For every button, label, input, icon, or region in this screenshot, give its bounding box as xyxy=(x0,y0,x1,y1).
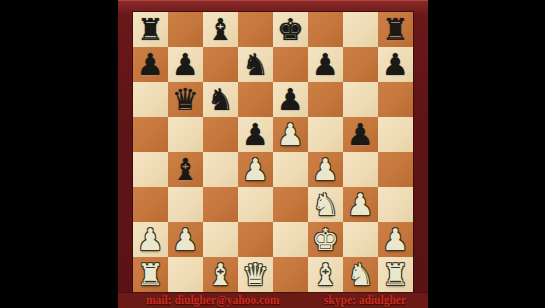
black-king-piece: ♚ xyxy=(277,12,304,47)
square-h6[interactable] xyxy=(378,82,413,117)
black-rook-piece: ♜ xyxy=(382,12,409,47)
square-e3[interactable] xyxy=(273,187,308,222)
white-pawn-piece: ♟ xyxy=(312,152,339,187)
white-pawn-piece: ♟ xyxy=(277,117,304,152)
square-b2[interactable]: ♟ xyxy=(168,222,203,257)
square-f1[interactable]: ♝ xyxy=(308,257,343,292)
square-d7[interactable]: ♞ xyxy=(238,47,273,82)
square-g5[interactable]: ♟ xyxy=(343,117,378,152)
white-knight-piece: ♞ xyxy=(312,187,339,222)
square-c8[interactable]: ♝ xyxy=(203,12,238,47)
square-e6[interactable]: ♟ xyxy=(273,82,308,117)
square-c2[interactable] xyxy=(203,222,238,257)
square-d5[interactable]: ♟ xyxy=(238,117,273,152)
white-bishop-piece: ♝ xyxy=(207,257,234,292)
square-d2[interactable] xyxy=(238,222,273,257)
square-d1[interactable]: ♛ xyxy=(238,257,273,292)
black-pawn-piece: ♟ xyxy=(347,117,374,152)
square-b3[interactable] xyxy=(168,187,203,222)
black-rook-piece: ♜ xyxy=(137,12,164,47)
square-f2[interactable]: ♚ xyxy=(308,222,343,257)
square-c6[interactable]: ♞ xyxy=(203,82,238,117)
video-frame: ♜♝♚♜♟♟♞♟♟♛♞♟♟♟♟♝♟♟♞♟♟♟♚♟♜♝♛♝♞♜ mail: diu… xyxy=(0,0,545,308)
square-d6[interactable] xyxy=(238,82,273,117)
square-e2[interactable] xyxy=(273,222,308,257)
square-d4[interactable]: ♟ xyxy=(238,152,273,187)
black-pawn-piece: ♟ xyxy=(382,47,409,82)
square-g2[interactable] xyxy=(343,222,378,257)
white-pawn-piece: ♟ xyxy=(347,187,374,222)
square-b8[interactable] xyxy=(168,12,203,47)
white-pawn-piece: ♟ xyxy=(382,222,409,257)
square-g8[interactable] xyxy=(343,12,378,47)
square-h1[interactable]: ♜ xyxy=(378,257,413,292)
black-pawn-piece: ♟ xyxy=(277,82,304,117)
white-king-piece: ♚ xyxy=(312,222,339,257)
square-a2[interactable]: ♟ xyxy=(133,222,168,257)
white-rook-piece: ♜ xyxy=(137,257,164,292)
square-h4[interactable] xyxy=(378,152,413,187)
white-queen-piece: ♛ xyxy=(242,257,269,292)
square-d8[interactable] xyxy=(238,12,273,47)
white-pawn-piece: ♟ xyxy=(172,222,199,257)
square-b1[interactable] xyxy=(168,257,203,292)
square-a6[interactable] xyxy=(133,82,168,117)
chess-board: ♜♝♚♜♟♟♞♟♟♛♞♟♟♟♟♝♟♟♞♟♟♟♚♟♜♝♛♝♞♜ xyxy=(133,12,413,292)
square-f3[interactable]: ♞ xyxy=(308,187,343,222)
square-h7[interactable]: ♟ xyxy=(378,47,413,82)
square-b7[interactable]: ♟ xyxy=(168,47,203,82)
contact-footer: mail: diulgher@yahoo.com skype: adiulghe… xyxy=(118,292,428,308)
black-knight-piece: ♞ xyxy=(242,47,269,82)
square-h2[interactable]: ♟ xyxy=(378,222,413,257)
black-pawn-piece: ♟ xyxy=(137,47,164,82)
black-knight-piece: ♞ xyxy=(207,82,234,117)
white-knight-piece: ♞ xyxy=(347,257,374,292)
black-pawn-piece: ♟ xyxy=(242,117,269,152)
board-frame: ♜♝♚♜♟♟♞♟♟♛♞♟♟♟♟♝♟♟♞♟♟♟♚♟♜♝♛♝♞♜ mail: diu… xyxy=(118,0,428,308)
square-b6[interactable]: ♛ xyxy=(168,82,203,117)
square-b4[interactable]: ♝ xyxy=(168,152,203,187)
white-bishop-piece: ♝ xyxy=(312,257,339,292)
black-queen-piece: ♛ xyxy=(172,82,199,117)
skype-text: skype: adiulgher xyxy=(324,292,406,308)
square-h5[interactable] xyxy=(378,117,413,152)
black-bishop-piece: ♝ xyxy=(172,152,199,187)
square-g7[interactable] xyxy=(343,47,378,82)
square-g6[interactable] xyxy=(343,82,378,117)
square-f4[interactable]: ♟ xyxy=(308,152,343,187)
square-c7[interactable] xyxy=(203,47,238,82)
square-h3[interactable] xyxy=(378,187,413,222)
square-a5[interactable] xyxy=(133,117,168,152)
square-a4[interactable] xyxy=(133,152,168,187)
square-c1[interactable]: ♝ xyxy=(203,257,238,292)
square-f6[interactable] xyxy=(308,82,343,117)
black-pawn-piece: ♟ xyxy=(172,47,199,82)
square-c3[interactable] xyxy=(203,187,238,222)
mail-text: mail: diulgher@yahoo.com xyxy=(146,292,279,308)
white-rook-piece: ♜ xyxy=(382,257,409,292)
square-f7[interactable]: ♟ xyxy=(308,47,343,82)
square-a1[interactable]: ♜ xyxy=(133,257,168,292)
square-e1[interactable] xyxy=(273,257,308,292)
black-bishop-piece: ♝ xyxy=(207,12,234,47)
square-h8[interactable]: ♜ xyxy=(378,12,413,47)
square-a3[interactable] xyxy=(133,187,168,222)
black-pawn-piece: ♟ xyxy=(312,47,339,82)
square-e4[interactable] xyxy=(273,152,308,187)
square-e5[interactable]: ♟ xyxy=(273,117,308,152)
square-g1[interactable]: ♞ xyxy=(343,257,378,292)
square-a8[interactable]: ♜ xyxy=(133,12,168,47)
square-a7[interactable]: ♟ xyxy=(133,47,168,82)
square-c5[interactable] xyxy=(203,117,238,152)
square-g4[interactable] xyxy=(343,152,378,187)
square-f8[interactable] xyxy=(308,12,343,47)
square-g3[interactable]: ♟ xyxy=(343,187,378,222)
white-pawn-piece: ♟ xyxy=(137,222,164,257)
white-pawn-piece: ♟ xyxy=(242,152,269,187)
square-d3[interactable] xyxy=(238,187,273,222)
square-f5[interactable] xyxy=(308,117,343,152)
square-e8[interactable]: ♚ xyxy=(273,12,308,47)
square-c4[interactable] xyxy=(203,152,238,187)
square-e7[interactable] xyxy=(273,47,308,82)
square-b5[interactable] xyxy=(168,117,203,152)
